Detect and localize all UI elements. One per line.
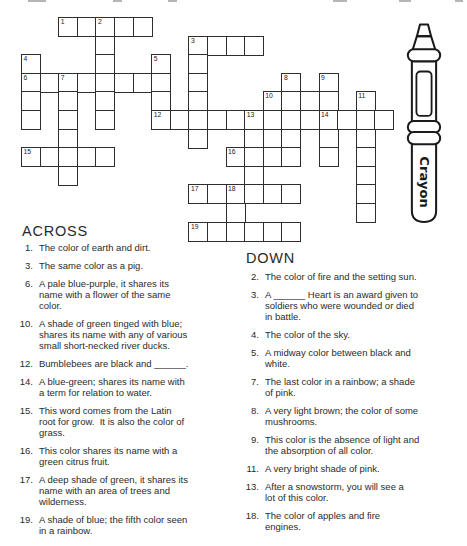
across-clue-3: 3.The same color as a pig. <box>18 260 233 271</box>
cell-number: 17 <box>191 185 199 193</box>
across-clue-15: 15.This word comes from the Latin root f… <box>18 405 233 438</box>
cell-number: 8 <box>284 74 288 82</box>
grid-cell[interactable] <box>356 147 376 167</box>
clue-number: 5. <box>244 347 259 369</box>
cell-number: 14 <box>321 111 329 119</box>
clue-text: A deep shade of green, it shares its nam… <box>39 474 188 507</box>
clue-text: The color of apples and fire engines. <box>265 510 380 532</box>
grid-cell-8[interactable]: 8 <box>281 73 301 93</box>
cell-number: 1 <box>61 18 65 26</box>
across-clue-17: 17.A deep shade of green, it shares its … <box>18 474 233 507</box>
grid-cell-4[interactable]: 4 <box>21 54 41 74</box>
grid-cell[interactable] <box>21 91 41 111</box>
clue-text: A very bright shade of pink. <box>265 463 380 474</box>
grid-cell-10[interactable]: 10 <box>263 91 283 111</box>
grid-cell[interactable] <box>244 166 264 186</box>
grid-cell-14[interactable]: 14 <box>319 110 339 130</box>
grid-cell[interactable] <box>226 110 246 130</box>
across-clue-12: 12.Bumblebees are black and ______. <box>18 358 233 369</box>
grid-cell[interactable] <box>337 110 357 130</box>
across-heading: ACROSS <box>22 223 88 239</box>
clue-text: This color shares its name with a green … <box>39 445 177 467</box>
crayon-label-text: Crayon <box>417 156 432 207</box>
grid-cell[interactable] <box>319 91 339 111</box>
grid-cell[interactable] <box>244 36 264 56</box>
grid-cell-17[interactable]: 17 <box>188 184 208 204</box>
clue-number: 19. <box>18 514 33 536</box>
grid-cell-18[interactable]: 18 <box>226 184 246 204</box>
grid-cell[interactable] <box>114 17 134 37</box>
down-clue-list: 2.The color of fire and the setting sun.… <box>244 271 464 539</box>
clue-text: After a snowstorm, you will see a lot of… <box>265 481 404 503</box>
grid-cell[interactable] <box>58 110 78 130</box>
grid-cell-9[interactable]: 9 <box>319 73 339 93</box>
across-clue-19: 19.A shade of blue; the fifth color seen… <box>18 514 233 536</box>
crayon-label-box <box>416 71 431 115</box>
cropped-text-remnant <box>399 0 411 2</box>
grid-cell[interactable] <box>188 73 208 93</box>
grid-cell[interactable] <box>244 147 264 167</box>
grid-cell[interactable] <box>226 222 246 242</box>
grid-cell[interactable] <box>188 54 208 74</box>
grid-cell[interactable] <box>356 166 376 186</box>
grid-cell[interactable] <box>58 129 78 149</box>
grid-cell[interactable] <box>95 110 115 130</box>
grid-cell[interactable] <box>21 110 41 130</box>
across-clue-1: 1.The color of earth and dirt. <box>18 242 233 253</box>
crayon-tip-nub <box>417 25 431 37</box>
crossword-puzzle-page: { "game": "crossword (colors theme, unso… <box>0 0 467 546</box>
grid-cell[interactable] <box>207 110 227 130</box>
grid-cell[interactable] <box>263 184 283 204</box>
grid-cell[interactable] <box>300 91 320 111</box>
down-clue-11: 11.A very bright shade of pink. <box>244 463 464 474</box>
clue-text: A shade of green tinged with blue; share… <box>39 318 187 351</box>
grid-cell[interactable] <box>77 147 97 167</box>
grid-cell-5[interactable]: 5 <box>151 54 171 74</box>
cell-number: 7 <box>61 74 65 82</box>
clue-number: 3. <box>244 289 259 322</box>
grid-cell[interactable] <box>40 73 60 93</box>
crayon-illustration: Crayon <box>399 23 449 225</box>
grid-cell[interactable] <box>95 54 115 74</box>
grid-cell[interactable] <box>319 147 339 167</box>
clue-number: 18. <box>244 510 259 532</box>
grid-cell[interactable] <box>151 91 171 111</box>
grid-cell[interactable] <box>263 222 283 242</box>
grid-cell[interactable] <box>281 147 301 167</box>
grid-cell[interactable] <box>77 17 97 37</box>
cell-number: 4 <box>24 55 28 63</box>
clue-number: 12. <box>18 358 33 369</box>
crayon-middle-ring-2 <box>408 132 440 144</box>
grid-cell-12[interactable]: 12 <box>151 110 171 130</box>
cropped-text-remnant <box>168 0 177 2</box>
clue-number: 15. <box>18 405 33 438</box>
cell-number: 12 <box>154 111 162 119</box>
cropped-text-remnant <box>333 0 347 2</box>
cell-number: 19 <box>191 223 199 231</box>
down-clue-4: 4.The color of the sky. <box>244 329 464 340</box>
cell-number: 5 <box>154 55 158 63</box>
crossword-grid: 12345678910111213141516171819 <box>21 17 395 242</box>
grid-cell-15[interactable]: 15 <box>21 147 41 167</box>
down-clue-8: 8.A very light brown; the color of some … <box>244 405 464 427</box>
across-clue-list: 1.The color of earth and dirt. 3.The sam… <box>18 242 233 543</box>
grid-cell-19[interactable]: 19 <box>188 222 208 242</box>
cell-number: 10 <box>265 92 273 100</box>
grid-cell[interactable] <box>226 203 246 223</box>
grid-cell-2[interactable]: 2 <box>95 17 115 37</box>
grid-cell-16[interactable]: 16 <box>226 147 246 167</box>
grid-cell[interactable] <box>356 184 376 204</box>
cropped-text-remnant <box>455 0 463 2</box>
across-clue-10: 10.A shade of green tinged with blue; sh… <box>18 318 233 351</box>
grid-cell-13[interactable]: 13 <box>244 110 264 130</box>
clue-number: 8. <box>244 405 259 427</box>
grid-cell[interactable] <box>207 36 227 56</box>
clue-number: 1. <box>18 242 33 253</box>
grid-cell[interactable] <box>95 91 115 111</box>
grid-cell[interactable] <box>244 222 264 242</box>
grid-cell[interactable] <box>356 203 376 223</box>
cell-number: 3 <box>191 37 195 45</box>
cell-number: 13 <box>247 111 255 119</box>
grid-cell[interactable] <box>263 110 283 130</box>
grid-cell[interactable] <box>188 110 208 130</box>
clue-text: This color is the absence of light and t… <box>265 434 419 456</box>
grid-cell[interactable] <box>356 129 376 149</box>
grid-cell[interactable] <box>226 36 246 56</box>
grid-cell[interactable] <box>58 166 78 186</box>
clue-text: A ______ Heart is an award given to sold… <box>265 289 418 322</box>
grid-cell[interactable] <box>319 129 339 149</box>
cell-number: 16 <box>228 148 236 156</box>
clue-text: The color of fire and the setting sun. <box>265 271 417 282</box>
grid-cell[interactable] <box>95 36 115 56</box>
grid-cell[interactable] <box>133 17 153 37</box>
clue-text: A midway color between black and white. <box>265 347 411 369</box>
grid-cell[interactable] <box>281 110 301 130</box>
grid-cell[interactable] <box>58 147 78 167</box>
clue-text: A shade of blue; the fifth color seen in… <box>39 514 187 536</box>
cell-number: 18 <box>228 185 236 193</box>
clue-text: A blue-green; shares its name with a ter… <box>39 376 185 398</box>
grid-cell[interactable] <box>188 129 208 149</box>
clue-number: 14. <box>18 376 33 398</box>
across-clue-6: 6.A pale blue-purple, it shares its name… <box>18 278 233 311</box>
down-clue-18: 18.The color of apples and fire engines. <box>244 510 464 532</box>
clue-number: 17. <box>18 474 33 507</box>
clue-number: 4. <box>244 329 259 340</box>
cell-number: 2 <box>98 18 102 26</box>
grid-cell[interactable] <box>77 73 97 93</box>
down-clue-2: 2.The color of fire and the setting sun. <box>244 271 464 282</box>
clue-text: The color of earth and dirt. <box>39 242 150 253</box>
grid-cell[interactable] <box>356 110 376 130</box>
down-clue-9: 9.This color is the absence of light and… <box>244 434 464 456</box>
grid-cell-6[interactable]: 6 <box>21 73 41 93</box>
grid-cell[interactable] <box>281 129 301 149</box>
clue-number: 10. <box>18 318 33 351</box>
grid-cell[interactable] <box>244 129 264 149</box>
down-heading: DOWN <box>246 250 295 266</box>
clue-number: 6. <box>18 278 33 311</box>
grid-cell-1[interactable]: 1 <box>58 17 78 37</box>
grid-cell[interactable] <box>188 91 208 111</box>
grid-cell[interactable] <box>151 73 171 93</box>
grid-cell[interactable] <box>114 73 134 93</box>
grid-cell[interactable] <box>281 184 301 204</box>
cell-number: 6 <box>24 74 28 82</box>
grid-cell[interactable] <box>133 73 153 93</box>
clue-number: 13. <box>244 481 259 503</box>
clue-text: A pale blue-purple, it shares its name w… <box>39 278 170 311</box>
down-clue-3: 3.A ______ Heart is an award given to so… <box>244 289 464 322</box>
grid-cell-3[interactable]: 3 <box>188 36 208 56</box>
cell-number: 9 <box>321 74 325 82</box>
cell-number: 15 <box>24 148 32 156</box>
clue-number: 3. <box>18 260 33 271</box>
grid-cell[interactable] <box>207 184 227 204</box>
grid-cell-7[interactable]: 7 <box>58 73 78 93</box>
across-clue-14: 14.A blue-green; shares its name with a … <box>18 376 233 398</box>
clue-text: Bumblebees are black and ______. <box>39 358 188 369</box>
grid-cell[interactable] <box>281 222 301 242</box>
clue-text: The same color as a pig. <box>39 260 143 271</box>
down-clue-7: 7.The last color in a rainbow; a shade o… <box>244 376 464 398</box>
grid-cell[interactable] <box>300 110 320 130</box>
down-clue-5: 5.A midway color between black and white… <box>244 347 464 369</box>
grid-cell[interactable] <box>207 222 227 242</box>
grid-cell[interactable] <box>170 110 190 130</box>
clue-text: The last color in a rainbow; a shade of … <box>265 376 415 398</box>
grid-cell[interactable] <box>263 147 283 167</box>
grid-cell[interactable] <box>374 110 394 130</box>
clue-text: A very light brown; the color of some mu… <box>265 405 418 427</box>
across-clue-16: 16.This color shares its name with a gre… <box>18 445 233 467</box>
clue-number: 16. <box>18 445 33 467</box>
clue-text: This word comes from the Latin root for … <box>39 405 184 438</box>
grid-cell[interactable] <box>95 147 115 167</box>
grid-cell[interactable] <box>95 73 115 93</box>
grid-cell[interactable] <box>40 147 60 167</box>
grid-cell[interactable] <box>244 184 264 204</box>
grid-cell-11[interactable]: 11 <box>356 91 376 111</box>
grid-cell[interactable] <box>58 91 78 111</box>
down-clue-13: 13.After a snowstorm, you will see a lot… <box>244 481 464 503</box>
clue-number: 11. <box>244 463 259 474</box>
cropped-text-remnant <box>28 0 46 2</box>
clue-number: 7. <box>244 376 259 398</box>
cell-number: 11 <box>358 92 365 100</box>
clue-number: 2. <box>244 271 259 282</box>
clue-number: 9. <box>244 434 259 456</box>
crayon-collar-ring <box>408 49 440 61</box>
cropped-text-remnant <box>113 0 122 2</box>
grid-cell[interactable] <box>281 91 301 111</box>
clue-text: The color of the sky. <box>265 329 350 340</box>
